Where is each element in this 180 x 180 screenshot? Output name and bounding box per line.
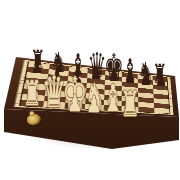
square-b1 bbox=[43, 101, 65, 108]
square-e1 bbox=[104, 105, 122, 111]
board-frame bbox=[4, 57, 179, 117]
decorative-border-strip bbox=[14, 60, 174, 115]
square-h1 bbox=[154, 108, 169, 114]
square-a1 bbox=[20, 100, 44, 107]
square-d1 bbox=[85, 104, 104, 110]
square-f1 bbox=[122, 106, 139, 112]
chess-set-photo: ♜♞♝♛♚♝♞♜♟♟♟♟♟♟♟♟♟♟♟♟♜♛♚♞♝♟♟♟♜ bbox=[0, 0, 180, 180]
chess-board-box-top bbox=[4, 57, 179, 117]
square-c1 bbox=[65, 103, 86, 110]
board-grid bbox=[19, 61, 170, 113]
square-g1 bbox=[138, 107, 154, 113]
